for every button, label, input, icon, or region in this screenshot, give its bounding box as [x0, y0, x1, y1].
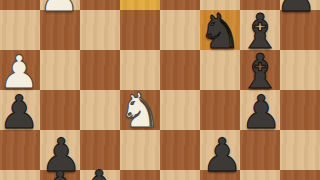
square-e4[interactable] [160, 90, 200, 130]
square-h4[interactable] [280, 90, 320, 130]
piece-black-knight-f6[interactable]: ♞ [198, 7, 241, 55]
square-d6[interactable] [120, 10, 160, 50]
chess-board: ♟♟♞♝♝♟♟♞♟♟♟♟♟ [0, 0, 320, 180]
piece-black-pawn-f3[interactable]: ♟ [201, 132, 242, 178]
square-e3[interactable] [160, 130, 200, 170]
piece-black-pawn-a4[interactable]: ♟ [0, 89, 40, 135]
piece-white-knight-d4[interactable]: ♞ [118, 86, 161, 134]
square-e2[interactable] [160, 170, 200, 180]
square-d2[interactable] [120, 170, 160, 180]
square-c4[interactable] [80, 90, 120, 130]
square-h3[interactable] [280, 130, 320, 170]
square-d7[interactable] [120, 0, 160, 10]
piece-black-unknown-h7[interactable]: ♟ [275, 0, 316, 18]
square-c5[interactable] [80, 50, 120, 90]
square-h5[interactable] [280, 50, 320, 90]
square-f4[interactable] [200, 90, 240, 130]
piece-black-unknown-c2[interactable]: ♟ [78, 164, 119, 180]
square-e5[interactable] [160, 50, 200, 90]
square-a6[interactable] [0, 10, 40, 50]
square-g2[interactable] [240, 170, 280, 180]
piece-white-unknown-b7[interactable]: ♟ [38, 0, 79, 18]
square-c6[interactable] [80, 10, 120, 50]
square-a2[interactable] [0, 170, 40, 180]
square-e6[interactable] [160, 10, 200, 50]
square-e7[interactable] [160, 0, 200, 10]
square-b4[interactable] [40, 90, 80, 130]
piece-black-unknown-b2[interactable]: ♟ [39, 165, 80, 180]
square-c7[interactable] [80, 0, 120, 10]
square-h2[interactable] [280, 170, 320, 180]
piece-black-pawn-g4[interactable]: ♟ [240, 89, 281, 135]
screenshot-root: ♟♟♞♝♝♟♟♞♟♟♟♟♟ [0, 0, 320, 180]
square-a7[interactable] [0, 0, 40, 10]
square-b5[interactable] [40, 50, 80, 90]
